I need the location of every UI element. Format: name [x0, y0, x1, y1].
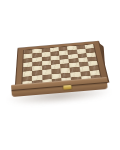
- product-photo: [0, 0, 120, 150]
- brass-clasp-icon: [63, 85, 71, 90]
- lid-seam: [11, 82, 107, 91]
- chess-box-scene: [0, 0, 120, 150]
